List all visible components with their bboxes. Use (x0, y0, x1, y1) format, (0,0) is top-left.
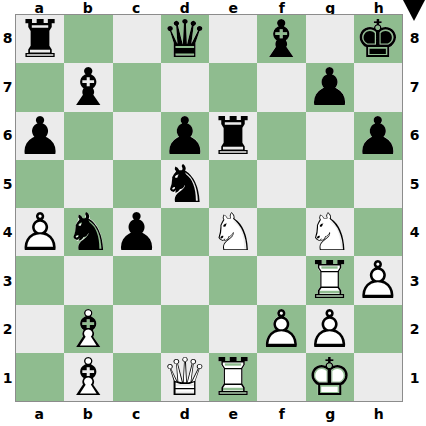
black-pawn: ♙♟ (113, 208, 161, 256)
square-b4[interactable]: ♘♞ (64, 208, 112, 256)
chess-diagram: abcdefgh 87654321 ♖♜♕♛♗♝♔♚♗♝♙♟♙♟♙♟♖♜♙♟♘♞… (0, 0, 426, 426)
white-knight: ♞♘ (306, 208, 354, 256)
square-a6[interactable]: ♙♟ (16, 112, 64, 160)
rank-label-5: 5 (0, 160, 15, 209)
rank-label-1: 1 (403, 354, 426, 403)
white-pawn: ♟♙ (257, 305, 305, 353)
rank-label-3: 3 (403, 257, 426, 306)
square-c5[interactable] (113, 160, 161, 208)
square-d3[interactable] (161, 256, 209, 304)
square-f8[interactable]: ♗♝ (257, 15, 305, 63)
rank-label-7: 7 (403, 63, 426, 112)
square-f5[interactable] (257, 160, 305, 208)
square-h2[interactable] (354, 305, 402, 353)
file-label-b: b (64, 402, 113, 426)
white-pawn: ♟♙ (306, 305, 354, 353)
square-h3[interactable]: ♟♙ (354, 256, 402, 304)
square-g6[interactable] (306, 112, 354, 160)
square-f7[interactable] (257, 63, 305, 111)
black-king: ♔♚ (354, 15, 402, 63)
square-f2[interactable]: ♟♙ (257, 305, 305, 353)
square-h1[interactable] (354, 353, 402, 401)
square-b8[interactable] (64, 15, 112, 63)
square-d2[interactable] (161, 305, 209, 353)
square-d4[interactable] (161, 208, 209, 256)
square-a4[interactable]: ♟♙ (16, 208, 64, 256)
rank-label-6: 6 (403, 111, 426, 160)
rank-label-8: 8 (403, 14, 426, 63)
rank-label-1: 1 (0, 354, 15, 403)
square-h6[interactable]: ♙♟ (354, 112, 402, 160)
square-c1[interactable] (113, 353, 161, 401)
white-rook: ♜♖ (209, 353, 257, 401)
file-label-h: h (355, 402, 404, 426)
square-g4[interactable]: ♞♘ (306, 208, 354, 256)
square-g7[interactable]: ♙♟ (306, 63, 354, 111)
black-pawn: ♙♟ (354, 112, 402, 160)
square-a5[interactable] (16, 160, 64, 208)
square-e3[interactable] (209, 256, 257, 304)
black-rook: ♖♜ (209, 112, 257, 160)
black-knight: ♘♞ (161, 160, 209, 208)
square-f6[interactable] (257, 112, 305, 160)
black-rook: ♖♜ (16, 15, 64, 63)
square-d7[interactable] (161, 63, 209, 111)
file-labels-bottom: abcdefgh (15, 402, 403, 426)
rank-label-7: 7 (0, 63, 15, 112)
white-pawn: ♟♙ (354, 256, 402, 304)
square-g1[interactable]: ♚♔ (306, 353, 354, 401)
square-b5[interactable] (64, 160, 112, 208)
rank-label-8: 8 (0, 14, 15, 63)
square-b2[interactable]: ♝♗ (64, 305, 112, 353)
square-h4[interactable] (354, 208, 402, 256)
rank-labels-right: 87654321 (403, 14, 426, 402)
rank-label-4: 4 (0, 208, 15, 257)
square-c8[interactable] (113, 15, 161, 63)
square-e1[interactable]: ♜♖ (209, 353, 257, 401)
square-f1[interactable] (257, 353, 305, 401)
square-b6[interactable] (64, 112, 112, 160)
file-labels-top: abcdefgh (15, 0, 403, 14)
square-a3[interactable] (16, 256, 64, 304)
white-rook: ♜♖ (306, 256, 354, 304)
black-pawn: ♙♟ (16, 112, 64, 160)
file-label-c: c (112, 402, 161, 426)
square-d1[interactable]: ♛♕ (161, 353, 209, 401)
rank-labels-left: 87654321 (0, 14, 15, 402)
rank-label-2: 2 (0, 305, 15, 354)
square-a2[interactable] (16, 305, 64, 353)
square-c4[interactable]: ♙♟ (113, 208, 161, 256)
white-bishop: ♝♗ (64, 353, 112, 401)
file-label-a: a (15, 402, 64, 426)
black-knight: ♘♞ (64, 208, 112, 256)
black-bishop: ♗♝ (64, 63, 112, 111)
square-d6[interactable]: ♙♟ (161, 112, 209, 160)
chess-board: ♖♜♕♛♗♝♔♚♗♝♙♟♙♟♙♟♖♜♙♟♘♞♟♙♘♞♙♟♞♘♞♘♜♖♟♙♝♗♟♙… (15, 14, 403, 402)
square-b7[interactable]: ♗♝ (64, 63, 112, 111)
square-g3[interactable]: ♜♖ (306, 256, 354, 304)
white-knight: ♞♘ (209, 208, 257, 256)
black-queen: ♕♛ (161, 15, 209, 63)
white-king: ♚♔ (306, 353, 354, 401)
square-a1[interactable] (16, 353, 64, 401)
rank-label-5: 5 (403, 160, 426, 209)
square-a7[interactable] (16, 63, 64, 111)
square-e6[interactable]: ♖♜ (209, 112, 257, 160)
square-c6[interactable] (113, 112, 161, 160)
file-label-g: g (306, 402, 355, 426)
square-b3[interactable] (64, 256, 112, 304)
square-h7[interactable] (354, 63, 402, 111)
square-c7[interactable] (113, 63, 161, 111)
square-e2[interactable] (209, 305, 257, 353)
black-to-move-indicator (403, 0, 425, 21)
square-h5[interactable] (354, 160, 402, 208)
rank-label-2: 2 (403, 305, 426, 354)
square-e7[interactable] (209, 63, 257, 111)
rank-label-4: 4 (403, 208, 426, 257)
square-f4[interactable] (257, 208, 305, 256)
square-g8[interactable] (306, 15, 354, 63)
rank-label-3: 3 (0, 257, 15, 306)
square-d8[interactable]: ♕♛ (161, 15, 209, 63)
rank-label-6: 6 (0, 111, 15, 160)
white-queen: ♛♕ (161, 353, 209, 401)
square-c3[interactable] (113, 256, 161, 304)
square-a8[interactable]: ♖♜ (16, 15, 64, 63)
black-pawn: ♙♟ (306, 63, 354, 111)
file-label-f: f (258, 402, 307, 426)
file-label-e: e (209, 402, 258, 426)
square-e4[interactable]: ♞♘ (209, 208, 257, 256)
black-pawn: ♙♟ (161, 112, 209, 160)
square-d5[interactable]: ♘♞ (161, 160, 209, 208)
black-bishop: ♗♝ (257, 15, 305, 63)
square-b1[interactable]: ♝♗ (64, 353, 112, 401)
square-c2[interactable] (113, 305, 161, 353)
white-bishop: ♝♗ (64, 305, 112, 353)
file-label-d: d (161, 402, 210, 426)
white-pawn: ♟♙ (16, 208, 64, 256)
square-g5[interactable] (306, 160, 354, 208)
square-h8[interactable]: ♔♚ (354, 15, 402, 63)
square-f3[interactable] (257, 256, 305, 304)
square-e8[interactable] (209, 15, 257, 63)
square-g2[interactable]: ♟♙ (306, 305, 354, 353)
square-e5[interactable] (209, 160, 257, 208)
